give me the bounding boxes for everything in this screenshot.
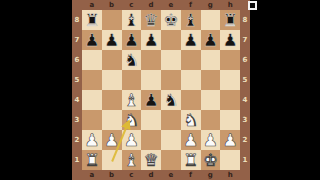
- rank-label-6: 6: [240, 50, 250, 70]
- square-e6[interactable]: [161, 50, 181, 70]
- square-b3[interactable]: [102, 110, 122, 130]
- square-d3[interactable]: [141, 110, 161, 130]
- square-d5[interactable]: [141, 70, 161, 90]
- square-b8[interactable]: [102, 10, 122, 30]
- square-f1[interactable]: ♜: [181, 150, 201, 170]
- white-bishop-c4[interactable]: ♝: [124, 91, 139, 108]
- square-a3[interactable]: [82, 110, 102, 130]
- chess-board: abcdefgh abcdefgh 87654321 87654321 ♜♝♛♚…: [72, 0, 250, 180]
- white-king-g1[interactable]: ♚: [203, 151, 218, 168]
- square-e7[interactable]: [161, 30, 181, 50]
- stop-icon[interactable]: [248, 1, 257, 10]
- square-h4[interactable]: [220, 90, 240, 110]
- square-d4[interactable]: ♟: [141, 90, 161, 110]
- square-a8[interactable]: ♜: [82, 10, 102, 30]
- square-a5[interactable]: [82, 70, 102, 90]
- square-g5[interactable]: [201, 70, 221, 90]
- square-d1[interactable]: ♛: [141, 150, 161, 170]
- black-bishop-c8[interactable]: ♝: [124, 11, 139, 28]
- black-knight-e4[interactable]: ♞: [163, 91, 178, 108]
- square-c8[interactable]: ♝: [122, 10, 142, 30]
- square-h2[interactable]: ♟: [220, 130, 240, 150]
- square-c4[interactable]: ♝: [122, 90, 142, 110]
- square-g6[interactable]: [201, 50, 221, 70]
- black-pawn-d7[interactable]: ♟: [144, 31, 159, 48]
- white-pawn-a2[interactable]: ♟: [84, 131, 99, 148]
- square-f4[interactable]: [181, 90, 201, 110]
- rank-label-8: 8: [72, 10, 82, 30]
- square-c1[interactable]: ♝: [122, 150, 142, 170]
- white-pawn-h2[interactable]: ♟: [223, 131, 238, 148]
- square-e3[interactable]: [161, 110, 181, 130]
- rank-label-4: 4: [72, 90, 82, 110]
- square-f3[interactable]: ♞: [181, 110, 201, 130]
- white-knight-f3[interactable]: ♞: [183, 111, 198, 128]
- white-bishop-c1[interactable]: ♝: [124, 151, 139, 168]
- square-f2[interactable]: ♟: [181, 130, 201, 150]
- square-e5[interactable]: [161, 70, 181, 90]
- rank-label-2: 2: [240, 130, 250, 150]
- black-pawn-b7[interactable]: ♟: [104, 31, 119, 48]
- square-c2[interactable]: ♟: [122, 130, 142, 150]
- file-label-f: f: [181, 170, 201, 180]
- rank-label-3: 3: [72, 110, 82, 130]
- rank-label-5: 5: [72, 70, 82, 90]
- white-knight-c3[interactable]: ♞: [124, 111, 139, 128]
- square-h3[interactable]: [220, 110, 240, 130]
- square-b6[interactable]: [102, 50, 122, 70]
- square-c6[interactable]: ♞: [122, 50, 142, 70]
- black-rook-a8[interactable]: ♜: [84, 11, 99, 28]
- square-g8[interactable]: [201, 10, 221, 30]
- square-e2[interactable]: [161, 130, 181, 150]
- rank-label-1: 1: [72, 150, 82, 170]
- black-pawn-c7[interactable]: ♟: [124, 31, 139, 48]
- white-pawn-b2[interactable]: ♟: [104, 131, 119, 148]
- square-d2[interactable]: [141, 130, 161, 150]
- white-pawn-g2[interactable]: ♟: [203, 131, 218, 148]
- rank-label-8: 8: [240, 10, 250, 30]
- square-b7[interactable]: ♟: [102, 30, 122, 50]
- square-e4[interactable]: ♞: [161, 90, 181, 110]
- square-h7[interactable]: ♟: [220, 30, 240, 50]
- rank-label-5: 5: [240, 70, 250, 90]
- white-pawn-c2[interactable]: ♟: [124, 131, 139, 148]
- black-pawn-g7[interactable]: ♟: [203, 31, 218, 48]
- black-rook-h8[interactable]: ♜: [223, 11, 238, 28]
- square-c3[interactable]: ♞: [122, 110, 142, 130]
- file-label-h: h: [220, 170, 240, 180]
- square-a6[interactable]: [82, 50, 102, 70]
- file-label-e: e: [161, 170, 181, 180]
- board-grid[interactable]: ♜♝♛♚♝♜♟♟♟♟♟♟♟♞♝♟♞♞♞♟♟♟♟♟♟♜♝♛♜♚: [82, 10, 240, 170]
- square-f7[interactable]: ♟: [181, 30, 201, 50]
- black-king-e8[interactable]: ♚: [163, 11, 178, 28]
- square-e8[interactable]: ♚: [161, 10, 181, 30]
- rank-label-3: 3: [240, 110, 250, 130]
- white-pawn-f2[interactable]: ♟: [183, 131, 198, 148]
- file-label-c: c: [122, 170, 142, 180]
- rank-label-2: 2: [72, 130, 82, 150]
- black-queen-d8[interactable]: ♛: [144, 11, 159, 28]
- square-h5[interactable]: [220, 70, 240, 90]
- square-c5[interactable]: [122, 70, 142, 90]
- black-pawn-f7[interactable]: ♟: [183, 31, 198, 48]
- square-h1[interactable]: [220, 150, 240, 170]
- square-g4[interactable]: [201, 90, 221, 110]
- square-b5[interactable]: [102, 70, 122, 90]
- black-bishop-f8[interactable]: ♝: [183, 11, 198, 28]
- square-h6[interactable]: [220, 50, 240, 70]
- white-rook-a1[interactable]: ♜: [84, 151, 99, 168]
- file-label-a: a: [82, 170, 102, 180]
- square-g2[interactable]: ♟: [201, 130, 221, 150]
- white-rook-f1[interactable]: ♜: [183, 151, 198, 168]
- square-d8[interactable]: ♛: [141, 10, 161, 30]
- black-pawn-d4[interactable]: ♟: [144, 91, 159, 108]
- file-label-g: g: [201, 170, 221, 180]
- file-label-b: b: [102, 170, 122, 180]
- square-g7[interactable]: ♟: [201, 30, 221, 50]
- square-a7[interactable]: ♟: [82, 30, 102, 50]
- white-queen-d1[interactable]: ♛: [144, 151, 159, 168]
- file-label-d: d: [141, 170, 161, 180]
- rank-label-7: 7: [240, 30, 250, 50]
- rank-label-4: 4: [240, 90, 250, 110]
- rank-label-6: 6: [72, 50, 82, 70]
- square-e1[interactable]: [161, 150, 181, 170]
- square-f6[interactable]: [181, 50, 201, 70]
- rank-label-1: 1: [240, 150, 250, 170]
- square-b1[interactable]: [102, 150, 122, 170]
- square-a2[interactable]: ♟: [82, 130, 102, 150]
- square-d7[interactable]: ♟: [141, 30, 161, 50]
- rank-label-7: 7: [72, 30, 82, 50]
- black-pawn-h7[interactable]: ♟: [223, 31, 238, 48]
- square-f5[interactable]: [181, 70, 201, 90]
- file-label-b: b: [102, 0, 122, 10]
- square-f8[interactable]: ♝: [181, 10, 201, 30]
- square-g3[interactable]: [201, 110, 221, 130]
- black-knight-c6[interactable]: ♞: [124, 51, 139, 68]
- square-b4[interactable]: [102, 90, 122, 110]
- square-g1[interactable]: ♚: [201, 150, 221, 170]
- square-h8[interactable]: ♜: [220, 10, 240, 30]
- square-a4[interactable]: [82, 90, 102, 110]
- square-b2[interactable]: ♟: [102, 130, 122, 150]
- square-a1[interactable]: ♜: [82, 150, 102, 170]
- black-pawn-a7[interactable]: ♟: [84, 31, 99, 48]
- file-label-g: g: [201, 0, 221, 10]
- square-d6[interactable]: [141, 50, 161, 70]
- square-c7[interactable]: ♟: [122, 30, 142, 50]
- video-frame: abcdefgh abcdefgh 87654321 87654321 ♜♝♛♚…: [0, 0, 320, 180]
